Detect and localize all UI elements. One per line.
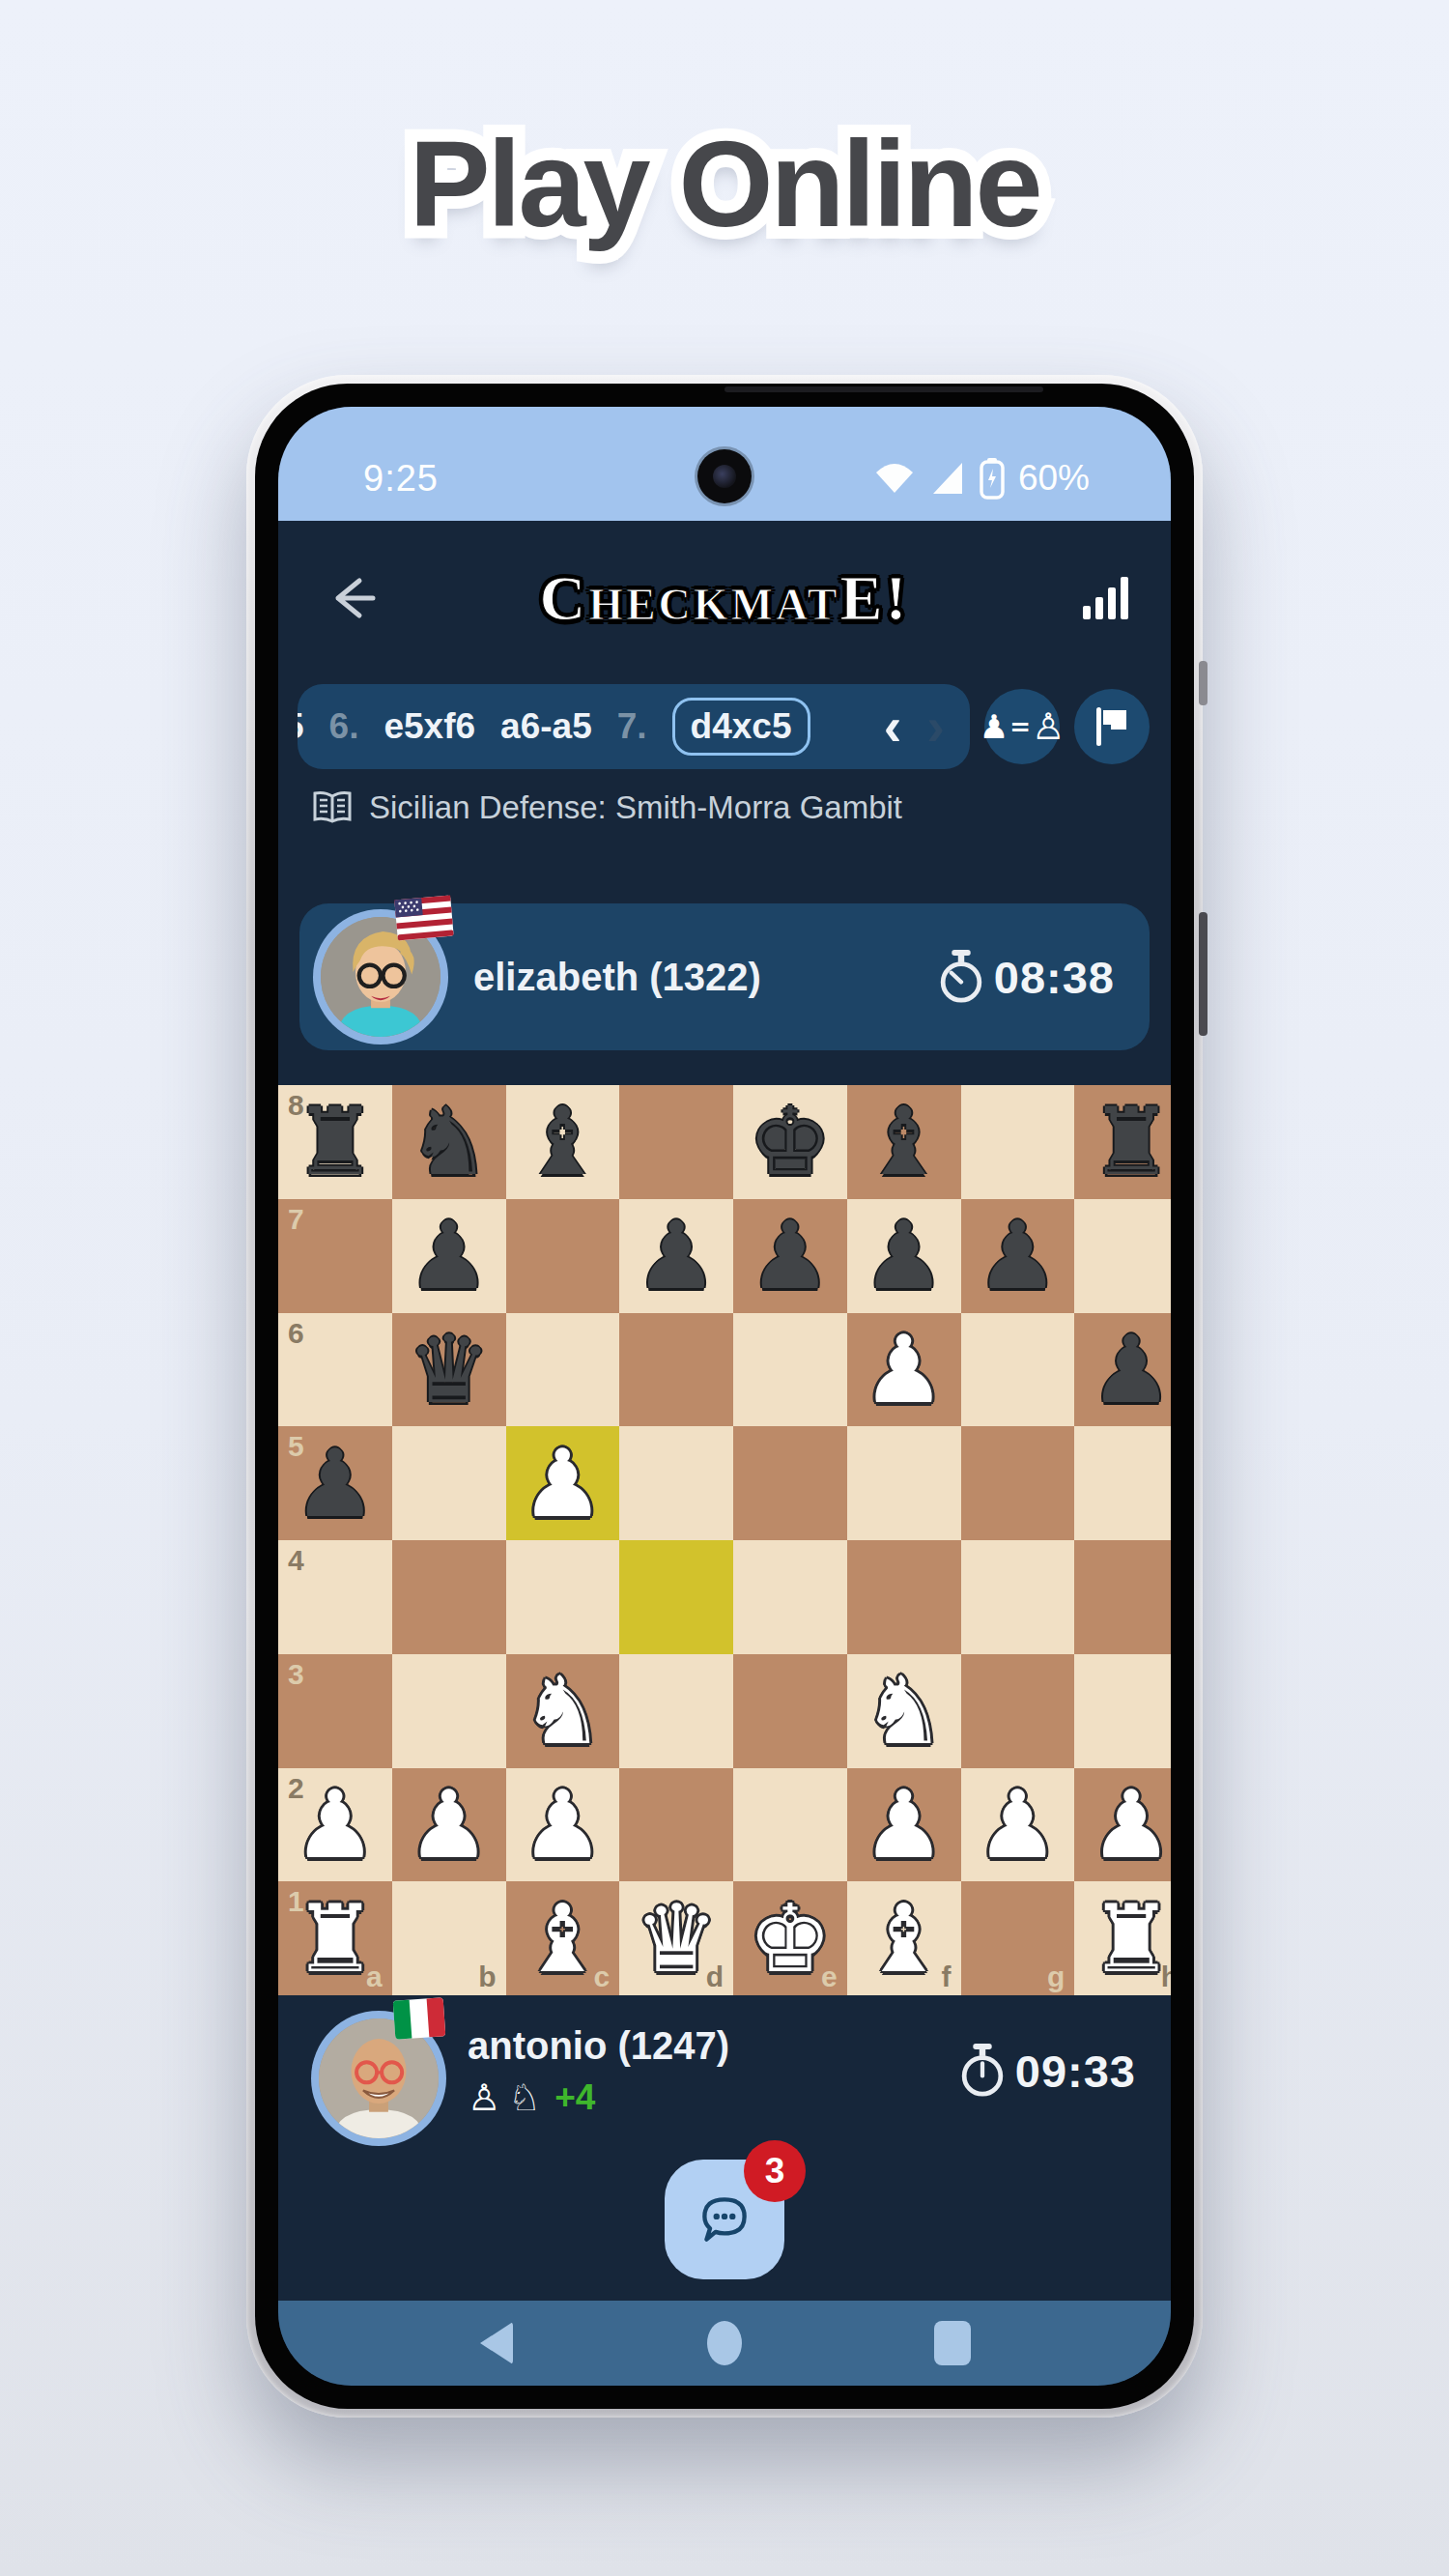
black-queen: ♛ <box>407 1323 491 1417</box>
square-g6[interactable] <box>961 1313 1075 1427</box>
draw-outline-pawn-icon: ♙ <box>1032 705 1065 748</box>
square-e2[interactable] <box>733 1768 847 1882</box>
white-bishop: ♝ <box>521 1892 605 1986</box>
square-c6[interactable] <box>506 1313 620 1427</box>
white-bishop: ♝ <box>862 1892 946 1986</box>
square-d2[interactable] <box>619 1768 733 1882</box>
square-d1[interactable]: d♛ <box>619 1881 733 1995</box>
white-pawn: ♟ <box>976 1778 1060 1872</box>
page-title: Play Online Play Online <box>0 114 1449 254</box>
square-e7[interactable]: ♟ <box>733 1199 847 1313</box>
square-g3[interactable] <box>961 1654 1075 1768</box>
square-f2[interactable]: ♟ <box>847 1768 961 1882</box>
previous-move-icon[interactable]: ‹ <box>884 700 902 754</box>
move-row: 56.e5xf6a6-a57.d4xc5‹ › ♟ = ♙ <box>278 675 1171 778</box>
draw-solid-pawn-icon: ♟ <box>980 707 1009 746</box>
status-time: 9:25 <box>363 458 439 500</box>
square-b4[interactable] <box>392 1540 506 1654</box>
white-king: ♚ <box>748 1892 832 1986</box>
opponent-clock-time: 08:38 <box>994 951 1115 1004</box>
captured-pieces: ♙♘+4 <box>468 2077 729 2118</box>
page-title-text: Play Online <box>409 116 1039 252</box>
file-label: d <box>706 1961 724 1993</box>
square-f5[interactable] <box>847 1426 961 1540</box>
file-label: a <box>366 1961 383 1993</box>
move-list: 56.e5xf6a6-a57.d4xc5‹ › <box>298 684 970 769</box>
black-pawn: ♟ <box>1090 1323 1171 1417</box>
stage: Play Online Play Online 9:25 <box>0 0 1449 2576</box>
nav-home-icon[interactable] <box>707 2321 742 2365</box>
square-c1[interactable]: c♝ <box>506 1881 620 1995</box>
captured-piece-icon: ♙ <box>468 2079 500 2116</box>
file-label: b <box>478 1961 496 1993</box>
next-move-icon[interactable]: › <box>926 700 945 754</box>
move-token[interactable]: e5xf6 <box>384 706 475 747</box>
status-bar: 9:25 60% <box>278 407 1171 521</box>
black-knight: ♞ <box>407 1095 491 1188</box>
phone-mockup: 9:25 60% <box>246 375 1203 2418</box>
nav-back-icon[interactable] <box>480 2322 513 2364</box>
square-f3[interactable]: ♞ <box>847 1654 961 1768</box>
square-g2[interactable]: ♟ <box>961 1768 1075 1882</box>
resign-flag-icon <box>1092 704 1132 749</box>
rank-label: 2 <box>288 1772 304 1805</box>
file-label: c <box>594 1961 611 1993</box>
square-f7[interactable]: ♟ <box>847 1199 961 1313</box>
book-icon <box>311 789 354 826</box>
square-c5[interactable]: ♟ <box>506 1426 620 1540</box>
battery-icon <box>980 457 1005 500</box>
square-a6[interactable]: 6 <box>278 1313 392 1427</box>
opponent-name-rating: elizabeth (1322) <box>473 956 761 999</box>
square-h5[interactable] <box>1074 1426 1171 1540</box>
resign-button[interactable] <box>1074 689 1150 764</box>
square-a5[interactable]: 5♟ <box>278 1426 392 1540</box>
stopwatch-icon <box>938 950 984 1004</box>
app-title: CheckmatE! <box>539 561 909 635</box>
opponent-clock: 08:38 <box>938 950 1115 1004</box>
material-advantage: +4 <box>554 2077 595 2118</box>
black-pawn: ♟ <box>976 1209 1060 1302</box>
square-e3[interactable] <box>733 1654 847 1768</box>
square-e8[interactable]: ♚ <box>733 1085 847 1199</box>
rank-label: 3 <box>288 1658 304 1691</box>
connection-bars-icon <box>1083 577 1128 619</box>
black-pawn: ♟ <box>862 1209 946 1302</box>
opponent-avatar-wrap <box>321 917 440 1037</box>
black-pawn: ♟ <box>748 1209 832 1302</box>
chess-board: 8♜♞♝♚♝♜7♟♟♟♟♟6♛♟♟5♟♟43♞♞2♟♟♟♟♟♟1a♜bc♝d♛e… <box>278 1085 1171 1995</box>
white-pawn: ♟ <box>862 1778 946 1872</box>
chat-zone: 3 <box>278 2160 1171 2285</box>
square-h1[interactable]: h♜ <box>1074 1881 1171 1995</box>
file-label: g <box>1047 1961 1065 1993</box>
square-h8[interactable]: ♜ <box>1074 1085 1171 1199</box>
move-token[interactable]: d4xc5 <box>672 698 810 756</box>
opponent-card[interactable]: elizabeth (1322) 08:38 <box>299 903 1150 1050</box>
square-b5[interactable] <box>392 1426 506 1540</box>
move-token[interactable]: a6-a5 <box>500 706 592 747</box>
square-g1[interactable]: g <box>961 1881 1075 1995</box>
white-pawn: ♟ <box>1090 1778 1171 1872</box>
square-d3[interactable] <box>619 1654 733 1768</box>
move-number: 6. <box>329 706 359 747</box>
square-h2[interactable]: ♟ <box>1074 1768 1171 1882</box>
black-bishop: ♝ <box>862 1095 946 1188</box>
square-h3[interactable] <box>1074 1654 1171 1768</box>
stopwatch-icon <box>959 2044 1006 2098</box>
square-a7[interactable]: 7 <box>278 1199 392 1313</box>
square-b3[interactable] <box>392 1654 506 1768</box>
captured-piece-icon: ♘ <box>508 2079 541 2116</box>
italy-flag-icon <box>391 1995 448 2042</box>
player-clock: 09:33 <box>959 2044 1136 2098</box>
file-label: f <box>942 1961 952 1993</box>
us-flag-icon <box>392 893 456 942</box>
white-knight: ♞ <box>862 1664 946 1758</box>
nav-recent-icon[interactable] <box>934 2321 971 2365</box>
battery-percent: 60% <box>1018 458 1090 499</box>
square-c8[interactable]: ♝ <box>506 1085 620 1199</box>
chat-button[interactable]: 3 <box>665 2160 784 2279</box>
rank-label: 1 <box>288 1885 304 1918</box>
square-e5[interactable] <box>733 1426 847 1540</box>
square-a8[interactable]: 8♜ <box>278 1085 392 1199</box>
square-c7[interactable] <box>506 1199 620 1313</box>
black-pawn: ♟ <box>407 1209 491 1302</box>
wifi-icon <box>873 461 916 496</box>
square-b6[interactable]: ♛ <box>392 1313 506 1427</box>
white-pawn: ♟ <box>862 1323 946 1417</box>
move-number: 7. <box>617 706 647 747</box>
square-a2[interactable]: 2♟ <box>278 1768 392 1882</box>
square-d7[interactable]: ♟ <box>619 1199 733 1313</box>
chat-bubble-icon <box>693 2188 756 2251</box>
square-b7[interactable]: ♟ <box>392 1199 506 1313</box>
white-pawn: ♟ <box>407 1778 491 1872</box>
square-b8[interactable]: ♞ <box>392 1085 506 1199</box>
offer-draw-button[interactable]: ♟ = ♙ <box>984 689 1060 764</box>
black-pawn: ♟ <box>635 1209 719 1302</box>
player-avatar-wrap <box>319 2018 439 2138</box>
black-pawn: ♟ <box>293 1437 377 1531</box>
volume-button <box>1199 912 1207 1036</box>
square-g5[interactable] <box>961 1426 1075 1540</box>
rank-label: 4 <box>288 1544 304 1577</box>
square-e1[interactable]: e♚ <box>733 1881 847 1995</box>
white-pawn: ♟ <box>521 1778 605 1872</box>
white-rook: ♜ <box>293 1892 377 1986</box>
rank-label: 5 <box>288 1430 304 1463</box>
square-b1[interactable]: b <box>392 1881 506 1995</box>
square-e6[interactable] <box>733 1313 847 1427</box>
white-knight: ♞ <box>521 1664 605 1758</box>
square-d4[interactable] <box>619 1540 733 1654</box>
square-e4[interactable] <box>733 1540 847 1654</box>
android-nav-bar <box>278 2301 1171 2386</box>
square-g7[interactable]: ♟ <box>961 1199 1075 1313</box>
square-f8[interactable]: ♝ <box>847 1085 961 1199</box>
black-bishop: ♝ <box>521 1095 605 1188</box>
opening-name: Sicilian Defense: Smith-Morra Gambit <box>369 789 902 826</box>
phone-bezel: 9:25 60% <box>255 384 1194 2409</box>
player-row: antonio (1247) ♙♘+4 09:33 <box>278 1995 1171 2160</box>
camera-lens <box>713 465 736 488</box>
player-info: antonio (1247) ♙♘+4 <box>468 2018 729 2160</box>
square-f4[interactable] <box>847 1540 961 1654</box>
opponent-card-zone: elizabeth (1322) 08:38 <box>278 838 1171 1085</box>
square-d8[interactable] <box>619 1085 733 1199</box>
back-arrow-icon[interactable] <box>323 569 381 627</box>
rank-label: 6 <box>288 1317 304 1350</box>
front-camera <box>697 449 752 503</box>
square-f1[interactable]: f♝ <box>847 1881 961 1995</box>
rank-label: 8 <box>288 1089 304 1122</box>
app-header: CheckmatE! <box>278 521 1171 675</box>
square-b2[interactable]: ♟ <box>392 1768 506 1882</box>
draw-equals-icon: = <box>1009 712 1031 741</box>
power-button <box>1199 661 1207 705</box>
square-g8[interactable] <box>961 1085 1075 1199</box>
earpiece-speaker <box>724 386 1043 392</box>
square-h6[interactable]: ♟ <box>1074 1313 1171 1427</box>
signal-icon <box>929 461 966 496</box>
square-g4[interactable] <box>961 1540 1075 1654</box>
square-a3[interactable]: 3 <box>278 1654 392 1768</box>
square-c4[interactable] <box>506 1540 620 1654</box>
phone-screen: 9:25 60% <box>278 407 1171 2386</box>
file-label: h <box>1161 1961 1171 1993</box>
file-label: e <box>821 1961 838 1993</box>
chat-unread-badge: 3 <box>744 2140 806 2202</box>
square-d5[interactable] <box>619 1426 733 1540</box>
black-rook: ♜ <box>1090 1095 1171 1188</box>
black-rook: ♜ <box>293 1095 377 1188</box>
square-d6[interactable] <box>619 1313 733 1427</box>
white-pawn: ♟ <box>521 1437 605 1531</box>
square-c3[interactable]: ♞ <box>506 1654 620 1768</box>
status-icons: 60% <box>873 457 1090 500</box>
opening-row: Sicilian Defense: Smith-Morra Gambit <box>278 778 1171 838</box>
square-h7[interactable] <box>1074 1199 1171 1313</box>
square-c2[interactable]: ♟ <box>506 1768 620 1882</box>
move-token[interactable]: 5 <box>298 706 304 747</box>
rank-label: 7 <box>288 1203 304 1236</box>
square-a1[interactable]: 1a♜ <box>278 1881 392 1995</box>
white-rook: ♜ <box>1090 1892 1171 1986</box>
player-name-rating: antonio (1247) <box>468 2024 729 2068</box>
player-clock-time: 09:33 <box>1015 2045 1136 2098</box>
square-a4[interactable]: 4 <box>278 1540 392 1654</box>
square-h4[interactable] <box>1074 1540 1171 1654</box>
black-king: ♚ <box>748 1095 832 1188</box>
white-pawn: ♟ <box>293 1778 377 1872</box>
square-f6[interactable]: ♟ <box>847 1313 961 1427</box>
